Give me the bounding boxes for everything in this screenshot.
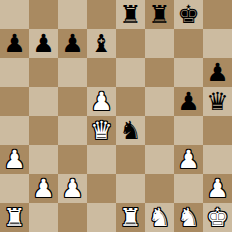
square-a8[interactable] [0,0,29,29]
square-h6[interactable]: ♟ [203,58,232,87]
piece-white-knight[interactable]: ♞ [148,203,170,232]
square-f2[interactable] [145,174,174,203]
square-e2[interactable] [116,174,145,203]
square-c1[interactable] [58,203,87,232]
square-d7[interactable]: ♝ [87,29,116,58]
square-e6[interactable] [116,58,145,87]
square-h4[interactable] [203,116,232,145]
piece-white-knight[interactable]: ♞ [177,203,199,232]
piece-white-rook[interactable]: ♜ [3,203,25,232]
piece-black-rook[interactable]: ♜ [148,0,170,29]
square-g1[interactable]: ♞ [174,203,203,232]
square-a5[interactable] [0,87,29,116]
piece-black-queen[interactable]: ♛ [206,87,228,116]
square-e7[interactable] [116,29,145,58]
square-c2[interactable]: ♟ [58,174,87,203]
square-d5[interactable]: ♟ [87,87,116,116]
square-a2[interactable] [0,174,29,203]
square-b6[interactable] [29,58,58,87]
square-g7[interactable] [174,29,203,58]
square-e5[interactable] [116,87,145,116]
chess-board: ♜♜♚♟♟♟♝♟♟♟♛♛♞♟♟♟♟♟♜♜♞♞♚ [0,0,232,232]
square-b4[interactable] [29,116,58,145]
square-a6[interactable] [0,58,29,87]
square-h7[interactable] [203,29,232,58]
square-f5[interactable] [145,87,174,116]
piece-black-king[interactable]: ♚ [177,0,199,29]
square-e4[interactable]: ♞ [116,116,145,145]
square-a7[interactable]: ♟ [0,29,29,58]
square-a4[interactable] [0,116,29,145]
piece-white-pawn[interactable]: ♟ [90,87,112,116]
square-d2[interactable] [87,174,116,203]
square-g8[interactable]: ♚ [174,0,203,29]
piece-black-pawn[interactable]: ♟ [177,87,199,116]
square-e8[interactable]: ♜ [116,0,145,29]
square-b5[interactable] [29,87,58,116]
square-b7[interactable]: ♟ [29,29,58,58]
square-b2[interactable]: ♟ [29,174,58,203]
piece-white-pawn[interactable]: ♟ [177,145,199,174]
square-d3[interactable] [87,145,116,174]
piece-white-rook[interactable]: ♜ [119,203,141,232]
square-d6[interactable] [87,58,116,87]
square-g3[interactable]: ♟ [174,145,203,174]
square-d4[interactable]: ♛ [87,116,116,145]
square-d8[interactable] [87,0,116,29]
square-b3[interactable] [29,145,58,174]
square-c3[interactable] [58,145,87,174]
piece-black-bishop[interactable]: ♝ [90,29,112,58]
square-c6[interactable] [58,58,87,87]
square-h5[interactable]: ♛ [203,87,232,116]
piece-black-pawn[interactable]: ♟ [32,29,54,58]
square-b8[interactable] [29,0,58,29]
square-h8[interactable] [203,0,232,29]
piece-white-pawn[interactable]: ♟ [32,174,54,203]
square-e3[interactable] [116,145,145,174]
square-g4[interactable] [174,116,203,145]
square-g5[interactable]: ♟ [174,87,203,116]
piece-black-pawn[interactable]: ♟ [206,58,228,87]
square-c4[interactable] [58,116,87,145]
piece-black-knight[interactable]: ♞ [119,116,141,145]
square-d1[interactable] [87,203,116,232]
square-a3[interactable]: ♟ [0,145,29,174]
square-f7[interactable] [145,29,174,58]
square-e1[interactable]: ♜ [116,203,145,232]
piece-black-pawn[interactable]: ♟ [61,29,83,58]
square-f1[interactable]: ♞ [145,203,174,232]
piece-black-rook[interactable]: ♜ [119,0,141,29]
piece-white-king[interactable]: ♚ [206,203,228,232]
square-h2[interactable]: ♟ [203,174,232,203]
square-b1[interactable] [29,203,58,232]
piece-white-pawn[interactable]: ♟ [3,145,25,174]
square-h3[interactable] [203,145,232,174]
square-f4[interactable] [145,116,174,145]
piece-white-pawn[interactable]: ♟ [206,174,228,203]
square-g6[interactable] [174,58,203,87]
piece-white-queen[interactable]: ♛ [90,116,112,145]
piece-white-pawn[interactable]: ♟ [61,174,83,203]
square-f3[interactable] [145,145,174,174]
square-h1[interactable]: ♚ [203,203,232,232]
square-f8[interactable]: ♜ [145,0,174,29]
square-c5[interactable] [58,87,87,116]
square-g2[interactable] [174,174,203,203]
square-a1[interactable]: ♜ [0,203,29,232]
square-c8[interactable] [58,0,87,29]
piece-black-pawn[interactable]: ♟ [3,29,25,58]
square-f6[interactable] [145,58,174,87]
square-c7[interactable]: ♟ [58,29,87,58]
